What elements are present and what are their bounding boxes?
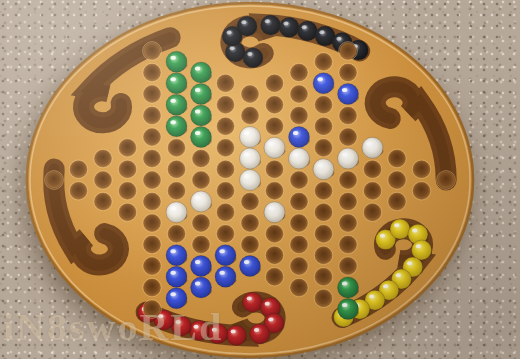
board-hole[interactable] [144, 236, 161, 253]
marble-highlight [396, 273, 401, 277]
board-hole[interactable] [119, 204, 136, 221]
marble-green[interactable] [166, 116, 187, 137]
marble-highlight [268, 206, 273, 210]
board-hole[interactable] [291, 236, 308, 253]
marble-highlight [170, 206, 175, 210]
board-hole[interactable] [266, 182, 283, 199]
board-hole[interactable] [315, 139, 332, 156]
board-hole[interactable] [291, 86, 308, 103]
marble-highlight [265, 19, 270, 23]
marble-blue[interactable] [166, 266, 187, 287]
marble-green[interactable] [338, 299, 359, 320]
board-hole[interactable] [217, 75, 234, 92]
marble-white[interactable] [264, 202, 285, 223]
board-hole[interactable] [95, 172, 112, 189]
board-hole[interactable] [315, 247, 332, 264]
board-hole[interactable] [144, 43, 161, 60]
board-hole[interactable] [70, 182, 87, 199]
marble-white[interactable] [264, 137, 285, 158]
board-hole[interactable] [291, 193, 308, 210]
board-hole[interactable] [315, 268, 332, 285]
marble-highlight [244, 260, 249, 264]
marble-highlight [244, 174, 249, 178]
board-hole[interactable] [168, 225, 185, 242]
board-hole[interactable] [266, 247, 283, 264]
marble-highlight [268, 317, 273, 321]
marble-white[interactable] [338, 148, 359, 169]
marble-highlight [195, 260, 200, 264]
tray-marble-black [279, 17, 299, 37]
board-hole[interactable] [217, 204, 234, 221]
board-hole[interactable] [144, 107, 161, 124]
marble-highlight [195, 88, 200, 92]
board-hole[interactable] [364, 182, 381, 199]
marble-highlight [195, 109, 200, 113]
marble-green[interactable] [191, 84, 212, 105]
board-hole[interactable] [217, 118, 234, 135]
marble-highlight [302, 25, 307, 29]
board-hole[interactable] [144, 215, 161, 232]
board-hole[interactable] [46, 172, 63, 189]
marble-highlight [254, 328, 259, 332]
board-hole[interactable] [340, 258, 357, 275]
marble-highlight [170, 120, 175, 124]
marble-highlight [244, 152, 249, 156]
marble-highlight [342, 303, 347, 307]
marble-white[interactable] [289, 148, 310, 169]
marble-blue[interactable] [215, 266, 236, 287]
marble-highlight [407, 261, 412, 265]
marble-highlight [226, 30, 231, 34]
marble-highlight [170, 77, 175, 81]
board-hole[interactable] [193, 172, 210, 189]
board-hole[interactable] [340, 172, 357, 189]
marble-white[interactable] [240, 127, 261, 148]
marble-highlight [219, 249, 224, 253]
board-hole[interactable] [217, 139, 234, 156]
board-hole[interactable] [315, 290, 332, 307]
board-hole[interactable] [266, 75, 283, 92]
board-hole[interactable] [364, 161, 381, 178]
board-hole[interactable] [340, 193, 357, 210]
board-hole[interactable] [168, 139, 185, 156]
marble-highlight [293, 131, 298, 135]
board-hole[interactable] [193, 236, 210, 253]
photo-scene: iN8swoRLd [0, 0, 520, 359]
marble-white[interactable] [313, 159, 334, 180]
board-hole[interactable] [217, 161, 234, 178]
board-hole[interactable] [266, 118, 283, 135]
marble-highlight [247, 296, 252, 300]
board-hole[interactable] [217, 96, 234, 113]
marble-blue[interactable] [313, 73, 334, 94]
board-hole[interactable] [315, 53, 332, 70]
board-hole[interactable] [144, 258, 161, 275]
chinese-checkers-board [0, 0, 520, 359]
marble-white[interactable] [166, 202, 187, 223]
board-hole[interactable] [315, 182, 332, 199]
marble-highlight [229, 46, 234, 50]
marble-highlight [170, 249, 175, 253]
board-hole[interactable] [413, 161, 430, 178]
board-hole[interactable] [95, 150, 112, 167]
marble-highlight [336, 37, 341, 41]
marble-highlight [293, 152, 298, 156]
marble-highlight [317, 77, 322, 81]
marble-green[interactable] [191, 62, 212, 83]
marble-highlight [170, 271, 175, 275]
board-hole[interactable] [340, 236, 357, 253]
board-hole[interactable] [438, 172, 455, 189]
marble-highlight [231, 330, 236, 334]
board-hole[interactable] [266, 268, 283, 285]
marble-highlight [170, 99, 175, 103]
marble-highlight [394, 223, 399, 227]
board-hole[interactable] [291, 172, 308, 189]
marble-white[interactable] [240, 148, 261, 169]
tray-marble-red [226, 325, 246, 345]
marble-highlight [265, 302, 270, 306]
board-hole[interactable] [144, 193, 161, 210]
board-hole[interactable] [119, 161, 136, 178]
marble-highlight [317, 163, 322, 167]
tray-marble-red [208, 324, 228, 344]
board-hole[interactable] [168, 161, 185, 178]
marble-highlight [342, 88, 347, 92]
board-hole[interactable] [266, 96, 283, 113]
marble-blue[interactable] [191, 256, 212, 277]
tray-marble-black [261, 15, 281, 35]
board-hole[interactable] [242, 107, 259, 124]
board-hole[interactable] [413, 182, 430, 199]
marble-highlight [369, 294, 374, 298]
marble-highlight [195, 195, 200, 199]
marble-green[interactable] [166, 94, 187, 115]
marble-blue[interactable] [166, 245, 187, 266]
board-hole[interactable] [168, 182, 185, 199]
marble-green[interactable] [166, 51, 187, 72]
marble-highlight [193, 325, 198, 329]
board-hole[interactable] [217, 225, 234, 242]
marble-highlight [244, 131, 249, 135]
marble-highlight [380, 234, 385, 238]
marble-white[interactable] [191, 191, 212, 212]
marble-highlight [195, 66, 200, 70]
board-hole[interactable] [315, 225, 332, 242]
board-hole[interactable] [389, 193, 406, 210]
board-hole[interactable] [315, 96, 332, 113]
marble-highlight [195, 131, 200, 135]
marble-highlight [383, 284, 388, 288]
board-hole[interactable] [144, 301, 161, 318]
board-hole[interactable] [291, 107, 308, 124]
board-hole[interactable] [389, 150, 406, 167]
board-hole[interactable] [144, 129, 161, 146]
board-hole[interactable] [217, 182, 234, 199]
marble-blue[interactable] [240, 256, 261, 277]
marble-white[interactable] [240, 170, 261, 191]
board-hole[interactable] [340, 129, 357, 146]
board-hole[interactable] [340, 43, 357, 60]
marble-blue[interactable] [289, 127, 310, 148]
board-hole[interactable] [340, 215, 357, 232]
board-hole[interactable] [242, 86, 259, 103]
board-hole[interactable] [266, 225, 283, 242]
board-hole[interactable] [291, 279, 308, 296]
tray-marble-yellow [390, 219, 410, 239]
marble-green[interactable] [166, 73, 187, 94]
marble-highlight [268, 142, 273, 146]
marble-highlight [170, 292, 175, 296]
tray-marble-black [243, 48, 263, 68]
board-hole[interactable] [144, 150, 161, 167]
board-hole[interactable] [193, 150, 210, 167]
marble-highlight [212, 328, 217, 332]
tray-marble-red [171, 316, 191, 336]
board-hole[interactable] [364, 204, 381, 221]
board-hole[interactable] [315, 118, 332, 135]
marble-highlight [175, 320, 180, 324]
marble-highlight [241, 20, 246, 24]
board-hole[interactable] [315, 204, 332, 221]
marble-highlight [412, 229, 417, 233]
board-hole[interactable] [340, 64, 357, 81]
tray-marble-red [242, 292, 262, 312]
board-hole[interactable] [144, 86, 161, 103]
marble-highlight [416, 244, 421, 248]
board-hole[interactable] [144, 64, 161, 81]
marble-green[interactable] [191, 127, 212, 148]
marble-highlight [170, 56, 175, 60]
board-hole[interactable] [266, 161, 283, 178]
board-hole[interactable] [144, 279, 161, 296]
marble-highlight [195, 281, 200, 285]
tray-marble-red [250, 324, 270, 344]
board-hole[interactable] [119, 182, 136, 199]
board-hole[interactable] [291, 64, 308, 81]
board-hole[interactable] [70, 161, 87, 178]
board-hole[interactable] [193, 215, 210, 232]
marble-highlight [342, 281, 347, 285]
marble-highlight [283, 22, 288, 26]
board-hole[interactable] [291, 258, 308, 275]
board-hole[interactable] [119, 139, 136, 156]
marble-green[interactable] [338, 277, 359, 298]
tray-marble-red [189, 320, 209, 340]
board-hole[interactable] [242, 236, 259, 253]
marble-highlight [219, 271, 224, 275]
board-hole[interactable] [242, 215, 259, 232]
tray-marble-black [297, 21, 317, 41]
marble-blue[interactable] [191, 277, 212, 298]
marble-highlight [319, 30, 324, 34]
marble-highlight [247, 52, 252, 56]
board-hole[interactable] [95, 193, 112, 210]
board-hole[interactable] [389, 172, 406, 189]
board-hole[interactable] [242, 193, 259, 210]
marble-blue[interactable] [166, 288, 187, 309]
marble-white[interactable] [362, 137, 383, 158]
marble-highlight [342, 152, 347, 156]
marble-highlight [366, 142, 371, 146]
marble-green[interactable] [191, 105, 212, 126]
board-hole[interactable] [291, 215, 308, 232]
marble-blue[interactable] [215, 245, 236, 266]
tray-marble-black [237, 16, 257, 36]
board-hole[interactable] [340, 107, 357, 124]
marble-blue[interactable] [338, 84, 359, 105]
board-hole[interactable] [144, 172, 161, 189]
